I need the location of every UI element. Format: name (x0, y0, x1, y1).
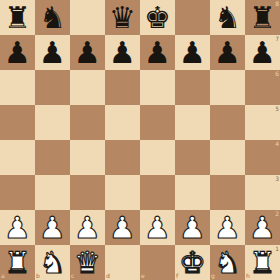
square-g1[interactable]: ♞g (210, 245, 245, 280)
white-pawn: ♟ (109, 210, 136, 245)
square-a1[interactable]: ♜a (0, 245, 35, 280)
white-pawn: ♟ (249, 210, 276, 245)
square-b6[interactable] (35, 70, 70, 105)
square-f3[interactable] (175, 175, 210, 210)
rank-label-7: 7 (275, 36, 279, 42)
square-e2[interactable]: ♟ (140, 210, 175, 245)
file-label-b: b (36, 273, 40, 279)
square-e7[interactable]: ♟ (140, 35, 175, 70)
square-e3[interactable] (140, 175, 175, 210)
rank-label-6: 6 (275, 71, 279, 77)
square-g8[interactable]: ♞ (210, 0, 245, 35)
square-h4[interactable]: 4 (245, 140, 280, 175)
square-c3[interactable] (70, 175, 105, 210)
square-b7[interactable]: ♟ (35, 35, 70, 70)
square-c4[interactable] (70, 140, 105, 175)
square-b8[interactable]: ♞ (35, 0, 70, 35)
file-label-f: f (176, 273, 178, 279)
square-d5[interactable] (105, 105, 140, 140)
square-h5[interactable]: 5 (245, 105, 280, 140)
square-b4[interactable] (35, 140, 70, 175)
square-f4[interactable] (175, 140, 210, 175)
black-knight: ♞ (39, 0, 66, 35)
square-a5[interactable] (0, 105, 35, 140)
square-d4[interactable] (105, 140, 140, 175)
chess-board: ♜♞♛♚♞♜8♟♟♟♟♟♟♟♟76543♟♟♟♟♟♟♟♟2♜a♞b♛cde♚f♞… (0, 0, 280, 280)
square-b3[interactable] (35, 175, 70, 210)
square-g4[interactable] (210, 140, 245, 175)
black-pawn: ♟ (4, 35, 31, 70)
square-f1[interactable]: ♚f (175, 245, 210, 280)
black-pawn: ♟ (144, 35, 171, 70)
square-a3[interactable] (0, 175, 35, 210)
rank-label-4: 4 (275, 141, 279, 147)
square-c5[interactable] (70, 105, 105, 140)
square-h2[interactable]: ♟2 (245, 210, 280, 245)
square-f5[interactable] (175, 105, 210, 140)
rank-label-5: 5 (275, 106, 279, 112)
black-pawn: ♟ (109, 35, 136, 70)
white-pawn: ♟ (4, 210, 31, 245)
square-g5[interactable] (210, 105, 245, 140)
square-c8[interactable] (70, 0, 105, 35)
square-g2[interactable]: ♟ (210, 210, 245, 245)
square-e8[interactable]: ♚ (140, 0, 175, 35)
square-a2[interactable]: ♟ (0, 210, 35, 245)
white-knight: ♞ (214, 245, 241, 280)
black-queen: ♛ (109, 0, 136, 35)
white-king: ♚ (179, 245, 206, 280)
square-a6[interactable] (0, 70, 35, 105)
white-queen: ♛ (74, 245, 101, 280)
file-label-g: g (211, 273, 215, 279)
square-f8[interactable] (175, 0, 210, 35)
square-d6[interactable] (105, 70, 140, 105)
square-d7[interactable]: ♟ (105, 35, 140, 70)
black-knight: ♞ (214, 0, 241, 35)
file-label-a: a (1, 273, 5, 279)
rank-label-8: 8 (275, 1, 279, 7)
square-d1[interactable]: d (105, 245, 140, 280)
black-pawn: ♟ (214, 35, 241, 70)
square-d8[interactable]: ♛ (105, 0, 140, 35)
square-f2[interactable]: ♟ (175, 210, 210, 245)
file-label-c: c (71, 273, 74, 279)
square-e4[interactable] (140, 140, 175, 175)
rank-label-3: 3 (275, 176, 279, 182)
square-e5[interactable] (140, 105, 175, 140)
square-h3[interactable]: 3 (245, 175, 280, 210)
square-d3[interactable] (105, 175, 140, 210)
square-g6[interactable] (210, 70, 245, 105)
square-b1[interactable]: ♞b (35, 245, 70, 280)
white-rook: ♜ (4, 245, 31, 280)
square-h7[interactable]: ♟7 (245, 35, 280, 70)
white-knight: ♞ (39, 245, 66, 280)
square-h8[interactable]: ♜8 (245, 0, 280, 35)
file-label-d: d (106, 273, 110, 279)
white-pawn: ♟ (214, 210, 241, 245)
black-rook: ♜ (249, 0, 276, 35)
square-c7[interactable]: ♟ (70, 35, 105, 70)
white-pawn: ♟ (39, 210, 66, 245)
square-a7[interactable]: ♟ (0, 35, 35, 70)
square-e6[interactable] (140, 70, 175, 105)
square-h6[interactable]: 6 (245, 70, 280, 105)
square-b5[interactable] (35, 105, 70, 140)
square-d2[interactable]: ♟ (105, 210, 140, 245)
square-h1[interactable]: ♜h1 (245, 245, 280, 280)
black-pawn: ♟ (39, 35, 66, 70)
square-g3[interactable] (210, 175, 245, 210)
black-rook: ♜ (4, 0, 31, 35)
rank-label-1: 1 (275, 246, 279, 252)
square-c2[interactable]: ♟ (70, 210, 105, 245)
square-a8[interactable]: ♜ (0, 0, 35, 35)
black-pawn: ♟ (74, 35, 101, 70)
square-f6[interactable] (175, 70, 210, 105)
white-pawn: ♟ (74, 210, 101, 245)
file-label-h: h (246, 273, 250, 279)
square-g7[interactable]: ♟ (210, 35, 245, 70)
black-pawn: ♟ (249, 35, 276, 70)
file-label-e: e (141, 273, 145, 279)
white-rook: ♜ (249, 245, 276, 280)
black-king: ♚ (144, 0, 171, 35)
white-pawn: ♟ (144, 210, 171, 245)
square-c6[interactable] (70, 70, 105, 105)
square-b2[interactable]: ♟ (35, 210, 70, 245)
black-pawn: ♟ (179, 35, 206, 70)
square-c1[interactable]: ♛c (70, 245, 105, 280)
square-e1[interactable]: e (140, 245, 175, 280)
square-a4[interactable] (0, 140, 35, 175)
rank-label-2: 2 (275, 211, 279, 217)
square-f7[interactable]: ♟ (175, 35, 210, 70)
white-pawn: ♟ (179, 210, 206, 245)
